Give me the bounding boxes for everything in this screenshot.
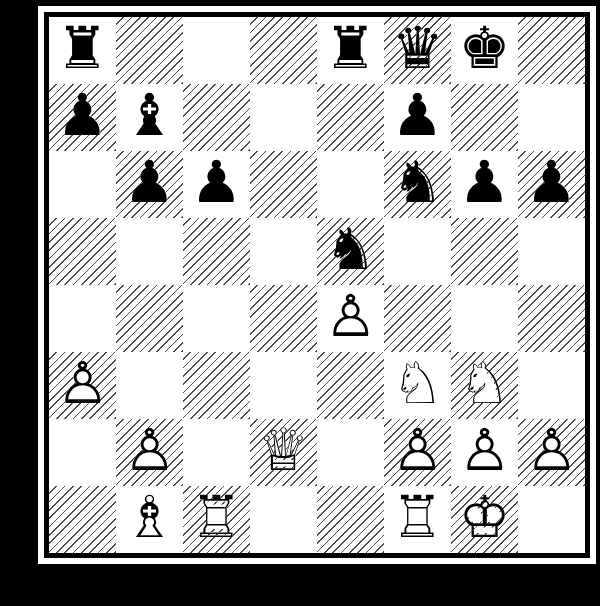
square-f7[interactable]: ♙♟ [384,84,451,151]
square-h5[interactable] [518,218,585,285]
white-pawn: ♙ [451,417,518,484]
square-g5[interactable] [451,218,518,285]
black-knight: ♞ [317,216,384,283]
black-king: ♚ [451,15,518,82]
square-b5[interactable] [116,218,183,285]
square-h3[interactable] [518,352,585,419]
white-pawn: ♙ [317,283,384,350]
square-c2[interactable] [183,419,250,486]
chess-diagram: ♖♜♖♜♕♛♔♚♙♟♗♝♙♟♙♟♙♟♘♞♙♟♙♟♘♞♟♙♟♙♞♘♞♘♟♙♛♕♟♙… [38,6,596,564]
square-d2[interactable]: ♛♕ [250,419,317,486]
square-e5[interactable]: ♘♞ [317,218,384,285]
square-e2[interactable] [317,419,384,486]
black-pawn: ♟ [183,149,250,216]
white-knight: ♘ [451,350,518,417]
square-c4[interactable] [183,285,250,352]
white-rook: ♖ [183,484,250,551]
square-e3[interactable] [317,352,384,419]
black-pawn: ♟ [49,82,116,149]
white-pawn: ♙ [384,417,451,484]
square-g2[interactable]: ♟♙ [451,419,518,486]
square-d8[interactable] [250,17,317,84]
black-rook: ♜ [49,15,116,82]
square-d6[interactable] [250,151,317,218]
square-c1[interactable]: ♜♖ [183,486,250,553]
black-knight: ♞ [384,149,451,216]
white-queen: ♕ [250,417,317,484]
square-a2[interactable] [49,419,116,486]
square-b4[interactable] [116,285,183,352]
square-d3[interactable] [250,352,317,419]
black-pawn: ♟ [518,149,585,216]
square-b7[interactable]: ♗♝ [116,84,183,151]
board-frame: ♖♜♖♜♕♛♔♚♙♟♗♝♙♟♙♟♙♟♘♞♙♟♙♟♘♞♟♙♟♙♞♘♞♘♟♙♛♕♟♙… [44,12,590,558]
chess-board: ♖♜♖♜♕♛♔♚♙♟♗♝♙♟♙♟♙♟♘♞♙♟♙♟♘♞♟♙♟♙♞♘♞♘♟♙♛♕♟♙… [49,17,585,553]
white-rook: ♖ [384,484,451,551]
square-f1[interactable]: ♜♖ [384,486,451,553]
square-h4[interactable] [518,285,585,352]
square-a7[interactable]: ♙♟ [49,84,116,151]
square-b1[interactable]: ♝♗ [116,486,183,553]
square-f5[interactable] [384,218,451,285]
square-a1[interactable] [49,486,116,553]
square-g8[interactable]: ♔♚ [451,17,518,84]
black-bishop: ♝ [116,82,183,149]
square-a5[interactable] [49,218,116,285]
square-g1[interactable]: ♚♔ [451,486,518,553]
square-g3[interactable]: ♞♘ [451,352,518,419]
square-a6[interactable] [49,151,116,218]
square-c5[interactable] [183,218,250,285]
white-pawn: ♙ [49,350,116,417]
white-king: ♔ [451,484,518,551]
square-h1[interactable] [518,486,585,553]
black-queen: ♛ [384,15,451,82]
black-pawn: ♟ [451,149,518,216]
square-h8[interactable] [518,17,585,84]
square-f8[interactable]: ♕♛ [384,17,451,84]
white-pawn: ♙ [518,417,585,484]
square-f6[interactable]: ♘♞ [384,151,451,218]
square-b3[interactable] [116,352,183,419]
square-f2[interactable]: ♟♙ [384,419,451,486]
square-f3[interactable]: ♞♘ [384,352,451,419]
square-c8[interactable] [183,17,250,84]
square-e8[interactable]: ♖♜ [317,17,384,84]
white-knight: ♘ [384,350,451,417]
white-bishop: ♗ [116,484,183,551]
square-c3[interactable] [183,352,250,419]
square-c6[interactable]: ♙♟ [183,151,250,218]
square-a8[interactable]: ♖♜ [49,17,116,84]
square-e4[interactable]: ♟♙ [317,285,384,352]
white-pawn: ♙ [116,417,183,484]
black-rook: ♜ [317,15,384,82]
square-b2[interactable]: ♟♙ [116,419,183,486]
square-d4[interactable] [250,285,317,352]
square-h7[interactable] [518,84,585,151]
square-b6[interactable]: ♙♟ [116,151,183,218]
square-a3[interactable]: ♟♙ [49,352,116,419]
square-g4[interactable] [451,285,518,352]
square-h2[interactable]: ♟♙ [518,419,585,486]
square-d5[interactable] [250,218,317,285]
square-c7[interactable] [183,84,250,151]
square-g6[interactable]: ♙♟ [451,151,518,218]
square-h6[interactable]: ♙♟ [518,151,585,218]
black-pawn: ♟ [116,149,183,216]
square-e7[interactable] [317,84,384,151]
square-e1[interactable] [317,486,384,553]
square-b8[interactable] [116,17,183,84]
black-pawn: ♟ [384,82,451,149]
square-f4[interactable] [384,285,451,352]
square-d1[interactable] [250,486,317,553]
square-g7[interactable] [451,84,518,151]
square-d7[interactable] [250,84,317,151]
square-a4[interactable] [49,285,116,352]
square-e6[interactable] [317,151,384,218]
